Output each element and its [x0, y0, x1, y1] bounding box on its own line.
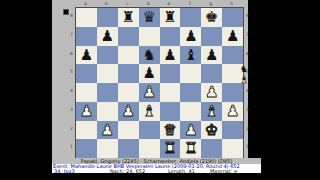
coord-label: d: [138, 1, 159, 6]
square-g4: ♟: [201, 83, 222, 102]
square-f6: ♝: [180, 46, 201, 65]
square-e8: ♜: [160, 8, 181, 27]
square-b1: [97, 139, 118, 158]
square-f4: [180, 83, 201, 102]
square-h7: ♟: [222, 27, 243, 46]
white-pawn: ♟: [184, 121, 197, 140]
square-g1: [201, 139, 222, 158]
square-c2: [118, 121, 139, 140]
coord-label: 8: [69, 7, 74, 26]
square-d1: [139, 139, 160, 158]
square-e5: [160, 64, 181, 83]
square-f5: [180, 64, 201, 83]
white-rook: ♜: [163, 139, 176, 158]
square-d7: [139, 27, 160, 46]
square-d8: ♛: [139, 8, 160, 27]
coord-label: 3: [245, 101, 250, 120]
black-king: ♚: [205, 8, 218, 27]
white-king: ♚: [205, 121, 218, 140]
black-rook: ♜: [163, 8, 176, 27]
coord-label: a: [75, 1, 96, 6]
coord-label: 8: [245, 7, 250, 26]
chess-board: ♜♛♜♚♟♟♟♟♞♟♝♟♟♟♟♟♟♝♝♟♟♛♟♚♜♜: [75, 7, 244, 159]
white-pawn: ♟: [205, 83, 218, 102]
square-a6: ♟: [76, 46, 97, 65]
square-a1: [76, 139, 97, 158]
square-d2: [139, 121, 160, 140]
square-a8: [76, 8, 97, 27]
square-g7: [201, 27, 222, 46]
coord-label: 2: [245, 120, 250, 139]
square-d3: ♝: [139, 102, 160, 121]
coord-label: h: [221, 1, 242, 6]
white-pawn: ♟: [142, 83, 155, 102]
coord-label: 1: [245, 138, 250, 157]
white-rook: ♜: [184, 139, 197, 158]
square-f7: ♟: [180, 27, 201, 46]
square-g2: ♚: [201, 121, 222, 140]
square-h3: ♟: [222, 102, 243, 121]
square-c7: [118, 27, 139, 46]
square-c5: [118, 64, 139, 83]
coord-label: g: [200, 1, 221, 6]
white-pawn: ♟: [122, 102, 135, 121]
square-g8: ♚: [201, 8, 222, 27]
square-h6: [222, 46, 243, 65]
square-e3: [160, 102, 181, 121]
square-f8: [180, 8, 201, 27]
square-h2: [222, 121, 243, 140]
square-a3: ♟: [76, 102, 97, 121]
square-c1: [118, 139, 139, 158]
square-d5: ♟: [139, 64, 160, 83]
white-queen: ♛: [163, 121, 176, 140]
square-e6: ♟: [160, 46, 181, 65]
material-display: ♞ ♝: [240, 64, 249, 86]
black-rook: ♜: [122, 8, 135, 27]
square-e4: [160, 83, 181, 102]
white-pawn: ♟: [101, 121, 114, 140]
square-b6: [97, 46, 118, 65]
white-pawn: ♟: [226, 102, 239, 121]
coord-label: 7: [245, 26, 250, 45]
file-labels-top: abcdefgh: [75, 1, 244, 6]
coord-label: e: [159, 1, 180, 6]
square-g3: ♝: [201, 102, 222, 121]
video-frame: abcdefgh abcdefgh 87654321 87654321 ♜♛♜♚…: [0, 0, 320, 180]
coord-label: 6: [69, 45, 74, 64]
square-a4: [76, 83, 97, 102]
square-c6: [118, 46, 139, 65]
pillarbox-bottom: [0, 173, 320, 180]
square-b2: ♟: [97, 121, 118, 140]
square-h8: [222, 8, 243, 27]
square-b3: [97, 102, 118, 121]
square-d6: ♞: [139, 46, 160, 65]
coord-label: 1: [69, 138, 74, 157]
coord-label: 6: [245, 45, 250, 64]
pillarbox-left: [0, 0, 52, 180]
coord-label: f: [179, 1, 200, 6]
square-f2: ♟: [180, 121, 201, 140]
rank-labels-left: 87654321: [69, 7, 74, 159]
coord-label: c: [117, 1, 138, 6]
square-b4: [97, 83, 118, 102]
square-e1: ♜: [160, 139, 181, 158]
coord-label: 3: [69, 101, 74, 120]
coord-label: 2: [69, 120, 74, 139]
square-h1: [222, 139, 243, 158]
square-g6: ♟: [201, 46, 222, 65]
black-knight-icon: ♞: [240, 64, 249, 75]
black-to-move-indicator: [63, 9, 69, 15]
white-pawn: ♟: [80, 102, 93, 121]
square-g5: [201, 64, 222, 83]
square-f3: [180, 102, 201, 121]
white-bishop: ♝: [142, 102, 155, 121]
white-bishop: ♝: [205, 102, 218, 121]
square-a2: [76, 121, 97, 140]
coord-label: 7: [69, 26, 74, 45]
square-b7: ♟: [97, 27, 118, 46]
coord-label: 5: [69, 63, 74, 82]
black-pawn: ♟: [101, 27, 114, 46]
black-knight: ♞: [142, 46, 155, 65]
square-c4: [118, 83, 139, 102]
black-pawn: ♟: [80, 46, 93, 65]
square-b8: [97, 8, 118, 27]
black-pawn: ♟: [163, 46, 176, 65]
square-d4: ♟: [139, 83, 160, 102]
square-b5: [97, 64, 118, 83]
square-c3: ♟: [118, 102, 139, 121]
black-pawn: ♟: [226, 27, 239, 46]
square-a7: [76, 27, 97, 46]
square-f1: ♜: [180, 139, 201, 158]
pillarbox-right: [261, 0, 320, 180]
white-bishop-icon: ♝: [240, 75, 249, 86]
black-queen: ♛: [142, 8, 155, 27]
caption-area: Papaki, Grigoriy (2245) - Scharnweber, A…: [52, 158, 261, 174]
square-e2: ♛: [160, 121, 181, 140]
black-pawn: ♟: [205, 46, 218, 65]
coord-label: b: [96, 1, 117, 6]
chess-app-panel: abcdefgh abcdefgh 87654321 87654321 ♜♛♜♚…: [52, 0, 248, 158]
square-e7: [160, 27, 181, 46]
black-pawn: ♟: [142, 64, 155, 83]
square-a5: [76, 64, 97, 83]
black-pawn: ♟: [184, 27, 197, 46]
coord-label: 4: [69, 82, 74, 101]
black-bishop: ♝: [184, 46, 197, 65]
square-c8: ♜: [118, 8, 139, 27]
